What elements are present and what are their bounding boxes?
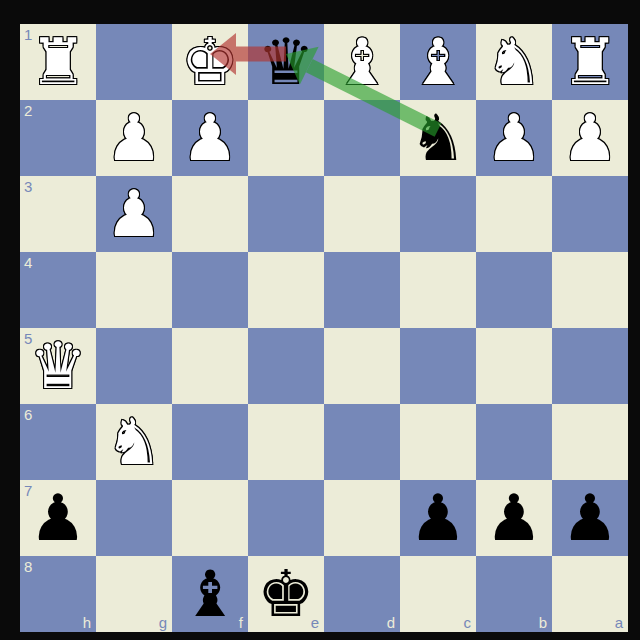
square-e3[interactable] [248, 176, 324, 252]
file-label-a: a [615, 615, 623, 630]
square-e2[interactable] [248, 100, 324, 176]
file-label-b: b [539, 615, 547, 630]
square-f1[interactable]: ♚ [172, 24, 248, 100]
square-h5[interactable]: 5♛ [20, 328, 96, 404]
rank-label-4: 4 [24, 255, 32, 270]
rank-label-3: 3 [24, 179, 32, 194]
square-b2[interactable]: ♟ [476, 100, 552, 176]
square-b1[interactable]: ♞ [476, 24, 552, 100]
white-pawn[interactable]: ♟ [96, 176, 172, 252]
file-label-h: h [83, 615, 91, 630]
square-e5[interactable] [248, 328, 324, 404]
square-h8[interactable]: 8h [20, 556, 96, 632]
white-bishop[interactable]: ♝ [400, 24, 476, 100]
white-pawn[interactable]: ♟ [96, 100, 172, 176]
square-c7[interactable]: ♟ [400, 480, 476, 556]
square-c6[interactable] [400, 404, 476, 480]
square-a6[interactable] [552, 404, 628, 480]
black-knight[interactable]: ♞ [400, 100, 476, 176]
black-pawn[interactable]: ♟ [20, 480, 96, 556]
square-d5[interactable] [324, 328, 400, 404]
black-queen[interactable]: ♛ [248, 24, 324, 100]
white-king[interactable]: ♚ [172, 24, 248, 100]
square-f5[interactable] [172, 328, 248, 404]
square-f8[interactable]: f♝ [172, 556, 248, 632]
chess-board: 1♜♚♛♝♝♞♜2♟♟♞♟♟3♟45♛6♞7♟♟♟♟8hgf♝e♚dcba [20, 24, 628, 632]
square-b3[interactable] [476, 176, 552, 252]
black-pawn[interactable]: ♟ [476, 480, 552, 556]
square-h3[interactable]: 3 [20, 176, 96, 252]
square-f7[interactable] [172, 480, 248, 556]
square-h6[interactable]: 6 [20, 404, 96, 480]
file-label-c: c [464, 615, 472, 630]
square-b4[interactable] [476, 252, 552, 328]
square-d4[interactable] [324, 252, 400, 328]
square-c2[interactable]: ♞ [400, 100, 476, 176]
app-background: 1♜♚♛♝♝♞♜2♟♟♞♟♟3♟45♛6♞7♟♟♟♟8hgf♝e♚dcba [0, 0, 640, 640]
white-pawn[interactable]: ♟ [476, 100, 552, 176]
square-c4[interactable] [400, 252, 476, 328]
white-rook[interactable]: ♜ [20, 24, 96, 100]
square-e1[interactable]: ♛ [248, 24, 324, 100]
rank-label-2: 2 [24, 103, 32, 118]
black-king[interactable]: ♚ [248, 556, 324, 632]
white-pawn[interactable]: ♟ [552, 100, 628, 176]
square-g5[interactable] [96, 328, 172, 404]
square-g1[interactable] [96, 24, 172, 100]
square-f4[interactable] [172, 252, 248, 328]
white-pawn[interactable]: ♟ [172, 100, 248, 176]
square-f2[interactable]: ♟ [172, 100, 248, 176]
square-e8[interactable]: e♚ [248, 556, 324, 632]
square-a7[interactable]: ♟ [552, 480, 628, 556]
square-g2[interactable]: ♟ [96, 100, 172, 176]
file-label-d: d [387, 615, 395, 630]
black-pawn[interactable]: ♟ [400, 480, 476, 556]
square-g8[interactable]: g [96, 556, 172, 632]
square-g7[interactable] [96, 480, 172, 556]
square-d3[interactable] [324, 176, 400, 252]
square-b8[interactable]: b [476, 556, 552, 632]
black-bishop[interactable]: ♝ [172, 556, 248, 632]
square-b5[interactable] [476, 328, 552, 404]
square-b7[interactable]: ♟ [476, 480, 552, 556]
square-c3[interactable] [400, 176, 476, 252]
square-a1[interactable]: ♜ [552, 24, 628, 100]
square-e6[interactable] [248, 404, 324, 480]
square-c5[interactable] [400, 328, 476, 404]
square-g3[interactable]: ♟ [96, 176, 172, 252]
black-pawn[interactable]: ♟ [552, 480, 628, 556]
square-g4[interactable] [96, 252, 172, 328]
square-h4[interactable]: 4 [20, 252, 96, 328]
square-c8[interactable]: c [400, 556, 476, 632]
square-c1[interactable]: ♝ [400, 24, 476, 100]
square-a3[interactable] [552, 176, 628, 252]
square-d2[interactable] [324, 100, 400, 176]
white-knight[interactable]: ♞ [96, 404, 172, 480]
square-d8[interactable]: d [324, 556, 400, 632]
square-h2[interactable]: 2 [20, 100, 96, 176]
square-d1[interactable]: ♝ [324, 24, 400, 100]
white-knight[interactable]: ♞ [476, 24, 552, 100]
square-d6[interactable] [324, 404, 400, 480]
file-label-g: g [159, 615, 167, 630]
square-e7[interactable] [248, 480, 324, 556]
square-h1[interactable]: 1♜ [20, 24, 96, 100]
square-e4[interactable] [248, 252, 324, 328]
square-a5[interactable] [552, 328, 628, 404]
rank-label-6: 6 [24, 407, 32, 422]
square-d7[interactable] [324, 480, 400, 556]
square-g6[interactable]: ♞ [96, 404, 172, 480]
square-b6[interactable] [476, 404, 552, 480]
square-f3[interactable] [172, 176, 248, 252]
white-rook[interactable]: ♜ [552, 24, 628, 100]
square-f6[interactable] [172, 404, 248, 480]
white-bishop[interactable]: ♝ [324, 24, 400, 100]
square-h7[interactable]: 7♟ [20, 480, 96, 556]
square-a8[interactable]: a [552, 556, 628, 632]
square-a2[interactable]: ♟ [552, 100, 628, 176]
square-a4[interactable] [552, 252, 628, 328]
white-queen[interactable]: ♛ [20, 328, 96, 404]
rank-label-8: 8 [24, 559, 32, 574]
